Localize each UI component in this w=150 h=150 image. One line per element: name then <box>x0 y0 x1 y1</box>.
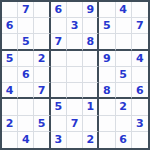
cell-r3c6[interactable]: 8 <box>83 34 99 50</box>
cell-r6c7[interactable]: 8 <box>99 83 115 99</box>
cell-r6c9[interactable]: 6 <box>132 83 148 99</box>
cell-r6c3[interactable]: 7 <box>34 83 50 99</box>
cell-r1c1[interactable] <box>2 2 18 18</box>
cell-r2c8[interactable] <box>116 18 132 34</box>
cell-r1c7[interactable] <box>99 2 115 18</box>
cell-r6c2[interactable] <box>18 83 34 99</box>
cell-r2c1[interactable]: 6 <box>2 18 18 34</box>
cell-r1c8[interactable]: 4 <box>116 2 132 18</box>
sudoku-board: 76946357578529465478651225734326 <box>0 0 150 150</box>
cell-r7c4[interactable]: 5 <box>51 99 67 115</box>
cell-r2c2[interactable] <box>18 18 34 34</box>
cell-r3c5[interactable] <box>67 34 83 50</box>
cell-r9c5[interactable] <box>67 132 83 148</box>
cell-r8c5[interactable]: 7 <box>67 116 83 132</box>
cell-r2c6[interactable] <box>83 18 99 34</box>
cell-r1c5[interactable] <box>67 2 83 18</box>
cell-r3c4[interactable]: 7 <box>51 34 67 50</box>
cell-r8c2[interactable] <box>18 116 34 132</box>
cell-r2c5[interactable]: 3 <box>67 18 83 34</box>
cell-r5c9[interactable] <box>132 67 148 83</box>
cell-r2c4[interactable] <box>51 18 67 34</box>
cell-r7c5[interactable] <box>67 99 83 115</box>
cell-r7c9[interactable] <box>132 99 148 115</box>
cell-r9c8[interactable]: 6 <box>116 132 132 148</box>
cell-r4c9[interactable]: 4 <box>132 51 148 67</box>
cell-r5c8[interactable]: 5 <box>116 67 132 83</box>
cell-r8c1[interactable]: 2 <box>2 116 18 132</box>
cell-r9c9[interactable] <box>132 132 148 148</box>
cell-r5c5[interactable] <box>67 67 83 83</box>
cell-r2c7[interactable]: 5 <box>99 18 115 34</box>
cell-r6c6[interactable] <box>83 83 99 99</box>
cell-r5c6[interactable] <box>83 67 99 83</box>
cell-r6c5[interactable] <box>67 83 83 99</box>
cell-r8c3[interactable]: 5 <box>34 116 50 132</box>
cell-r3c2[interactable]: 5 <box>18 34 34 50</box>
cell-r9c1[interactable] <box>2 132 18 148</box>
cell-r1c6[interactable]: 9 <box>83 2 99 18</box>
cell-r3c3[interactable] <box>34 34 50 50</box>
cell-r3c9[interactable] <box>132 34 148 50</box>
cell-r8c9[interactable]: 3 <box>132 116 148 132</box>
cell-r6c1[interactable]: 4 <box>2 83 18 99</box>
cell-r9c4[interactable]: 3 <box>51 132 67 148</box>
cell-r5c4[interactable] <box>51 67 67 83</box>
cell-r9c3[interactable] <box>34 132 50 148</box>
cell-r6c4[interactable] <box>51 83 67 99</box>
cell-r7c1[interactable] <box>2 99 18 115</box>
cell-r8c7[interactable] <box>99 116 115 132</box>
cell-r7c8[interactable]: 2 <box>116 99 132 115</box>
cell-r4c2[interactable] <box>18 51 34 67</box>
cell-r4c7[interactable]: 9 <box>99 51 115 67</box>
cell-r5c1[interactable] <box>2 67 18 83</box>
cell-r4c1[interactable]: 5 <box>2 51 18 67</box>
cell-r3c7[interactable] <box>99 34 115 50</box>
cell-r1c3[interactable] <box>34 2 50 18</box>
cell-r4c3[interactable]: 2 <box>34 51 50 67</box>
cell-r4c5[interactable] <box>67 51 83 67</box>
cell-r7c6[interactable]: 1 <box>83 99 99 115</box>
cell-r4c4[interactable] <box>51 51 67 67</box>
cell-r5c3[interactable] <box>34 67 50 83</box>
cell-r6c8[interactable] <box>116 83 132 99</box>
cell-r8c6[interactable] <box>83 116 99 132</box>
cell-r9c7[interactable] <box>99 132 115 148</box>
cell-r5c7[interactable] <box>99 67 115 83</box>
cell-r2c3[interactable] <box>34 18 50 34</box>
cell-r7c3[interactable] <box>34 99 50 115</box>
cell-r4c6[interactable] <box>83 51 99 67</box>
cell-r5c2[interactable]: 6 <box>18 67 34 83</box>
cell-r3c8[interactable] <box>116 34 132 50</box>
cell-r9c6[interactable]: 2 <box>83 132 99 148</box>
cell-r7c2[interactable] <box>18 99 34 115</box>
cell-r2c9[interactable]: 7 <box>132 18 148 34</box>
cell-r1c2[interactable]: 7 <box>18 2 34 18</box>
cell-r8c8[interactable] <box>116 116 132 132</box>
cell-r4c8[interactable] <box>116 51 132 67</box>
cell-r3c1[interactable] <box>2 34 18 50</box>
cell-r7c7[interactable] <box>99 99 115 115</box>
cell-r8c4[interactable] <box>51 116 67 132</box>
cell-r1c4[interactable]: 6 <box>51 2 67 18</box>
cell-r9c2[interactable]: 4 <box>18 132 34 148</box>
cell-r1c9[interactable] <box>132 2 148 18</box>
